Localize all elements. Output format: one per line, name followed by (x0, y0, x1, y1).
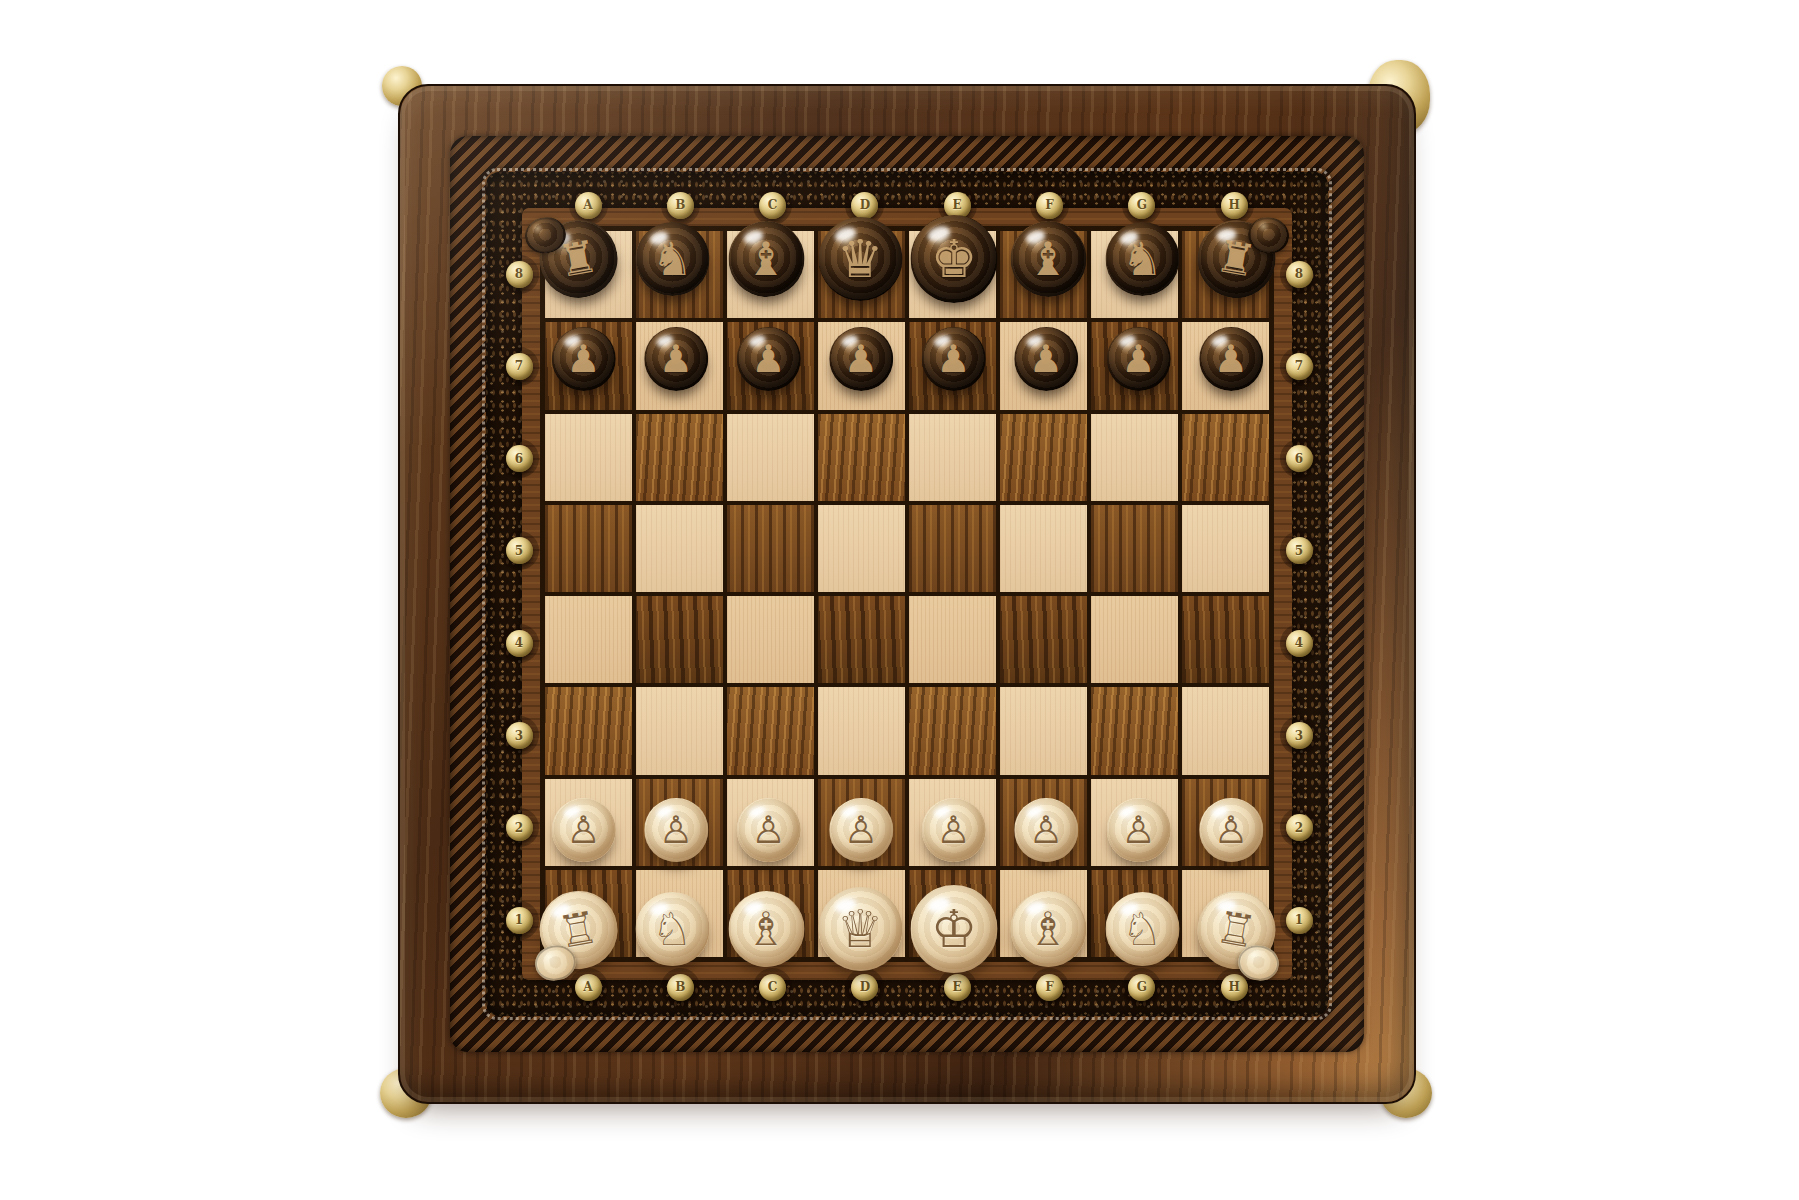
white-pawn-glyph: ♙ (566, 811, 600, 849)
piece-disc: ♟ (1014, 327, 1078, 391)
square-a4[interactable] (545, 596, 632, 683)
square-d5[interactable] (818, 505, 905, 592)
stud-file-c-bottom: C (759, 974, 786, 1001)
stud-engraved-label: 6 (515, 452, 523, 466)
square-f1[interactable]: ♗ (1000, 870, 1087, 957)
square-h7[interactable]: ♟ (1182, 322, 1269, 409)
stud-engraved-label: D (860, 980, 870, 994)
white-rook-glyph: ♖ (1213, 904, 1259, 954)
stud-file-a-bottom: A (575, 974, 602, 1001)
square-a3[interactable] (545, 687, 632, 774)
square-c3[interactable] (727, 687, 814, 774)
black-knight-glyph: ♞ (1121, 236, 1162, 282)
piece-white-knight-b1[interactable]: ♘ (629, 886, 716, 973)
stud-rank-2-left: 2 (506, 814, 533, 841)
piece-disc: ♛ (818, 217, 902, 301)
piece-white-king-e1[interactable]: ♔ (911, 886, 998, 973)
stud-rank-5-left: 5 (506, 537, 533, 564)
piece-black-rook-a8[interactable]: ♜ (528, 208, 629, 309)
black-pawn-glyph: ♟ (844, 340, 878, 378)
photo-background: ♜♞♝♛♚♝♞♜♟♟♟♟♟♟♟♟♙♙♙♙♙♙♙♙♖♘♗♕♔♗♘♖ ABCDEFG… (0, 0, 1799, 1200)
square-f5[interactable] (1000, 505, 1087, 592)
stud-engraved-label: B (675, 198, 685, 212)
stud-rank-1-left: 1 (506, 907, 533, 934)
white-pawn-glyph: ♙ (936, 811, 970, 849)
square-g7[interactable]: ♟ (1091, 322, 1178, 409)
square-g1[interactable]: ♘ (1091, 870, 1178, 957)
stud-engraved-label: G (1137, 198, 1147, 212)
piece-white-pawn-e2[interactable]: ♙ (910, 787, 997, 874)
white-pawn-glyph: ♙ (1121, 811, 1155, 849)
piece-disc: ♟ (736, 327, 800, 391)
piece-black-pawn-d7[interactable]: ♟ (817, 315, 904, 402)
piece-disc: ♞ (635, 222, 709, 296)
piece-disc: ♟ (1106, 327, 1170, 391)
stud-engraved-label: 5 (515, 544, 523, 558)
stud-engraved-label: D (860, 198, 870, 212)
piece-disc: ♕ (818, 887, 902, 971)
piece-black-knight-b8[interactable]: ♞ (629, 215, 716, 302)
square-a7[interactable]: ♟ (545, 322, 632, 409)
square-h5[interactable] (1182, 505, 1269, 592)
square-d6[interactable] (818, 414, 905, 501)
square-b7[interactable]: ♟ (636, 322, 723, 409)
square-d1[interactable]: ♕ (818, 870, 905, 957)
square-e3[interactable] (909, 687, 996, 774)
square-g5[interactable] (1091, 505, 1178, 592)
stud-engraved-label: 7 (1295, 359, 1303, 373)
black-pawn-glyph: ♟ (751, 340, 785, 378)
square-c7[interactable]: ♟ (727, 322, 814, 409)
piece-black-pawn-b7[interactable]: ♟ (632, 315, 719, 402)
piece-disc: ♘ (635, 892, 709, 966)
stud-engraved-label: 2 (1295, 821, 1303, 835)
board-grid: ♜♞♝♛♚♝♞♜♟♟♟♟♟♟♟♟♙♙♙♙♙♙♙♙♖♘♗♕♔♗♘♖ (540, 226, 1274, 962)
square-f8[interactable]: ♝ (1000, 231, 1087, 318)
square-b5[interactable] (636, 505, 723, 592)
square-e6[interactable] (909, 414, 996, 501)
white-bishop-glyph: ♗ (1027, 906, 1068, 952)
stud-engraved-label: F (1045, 198, 1054, 212)
stud-engraved-label: G (1137, 980, 1147, 994)
piece-disc: ♔ (911, 885, 998, 973)
stud-rank-6-left: 6 (506, 445, 533, 472)
stud-rank-7-right: 7 (1286, 353, 1313, 380)
square-f4[interactable] (1000, 596, 1087, 683)
stud-rank-3-left: 3 (506, 722, 533, 749)
stud-file-f-bottom: F (1036, 974, 1063, 1001)
square-e4[interactable] (909, 596, 996, 683)
piece-black-pawn-c7[interactable]: ♟ (725, 315, 812, 402)
black-pawn-glyph: ♟ (1121, 340, 1155, 378)
piece-white-pawn-d2[interactable]: ♙ (817, 787, 904, 874)
square-d8[interactable]: ♛ (818, 231, 905, 318)
piece-disc: ♜ (533, 213, 623, 303)
square-g8[interactable]: ♞ (1091, 231, 1178, 318)
piece-disc: ♗ (728, 891, 804, 967)
stud-engraved-label: 3 (1295, 729, 1303, 743)
square-b1[interactable]: ♘ (636, 870, 723, 957)
piece-disc: ♜ (1191, 213, 1281, 303)
square-f6[interactable] (1000, 414, 1087, 501)
piece-disc: ♟ (829, 327, 893, 391)
stud-file-b-bottom: B (667, 974, 694, 1001)
piece-white-rook-h1[interactable]: ♖ (1186, 879, 1287, 980)
black-pawn-glyph: ♟ (1214, 340, 1248, 378)
square-b4[interactable] (636, 596, 723, 683)
stud-rank-5-right: 5 (1286, 537, 1313, 564)
stud-rank-2-right: 2 (1286, 814, 1313, 841)
stud-engraved-label: 1 (1295, 913, 1303, 927)
piece-black-pawn-a7[interactable]: ♟ (540, 315, 627, 402)
piece-disc: ♙ (644, 798, 708, 862)
piece-disc: ♙ (736, 798, 800, 862)
stud-engraved-label: 4 (1295, 636, 1303, 650)
piece-disc: ♟ (551, 327, 615, 391)
stud-rank-8-right: 8 (1286, 261, 1313, 288)
white-pawn-glyph: ♙ (751, 811, 785, 849)
square-h4[interactable] (1182, 596, 1269, 683)
piece-disc: ♙ (829, 798, 893, 862)
piece-white-bishop-c1[interactable]: ♗ (723, 886, 810, 973)
square-d7[interactable]: ♟ (818, 322, 905, 409)
piece-white-bishop-f1[interactable]: ♗ (1005, 886, 1092, 973)
stud-engraved-label: 8 (515, 267, 523, 281)
piece-disc: ♖ (533, 884, 623, 974)
stud-engraved-label: C (768, 198, 778, 212)
black-knight-glyph: ♞ (651, 236, 692, 282)
stud-file-g-bottom: G (1128, 974, 1155, 1001)
square-a6[interactable] (545, 414, 632, 501)
black-pawn-glyph: ♟ (1029, 340, 1063, 378)
piece-disc: ♙ (1014, 798, 1078, 862)
square-g6[interactable] (1091, 414, 1178, 501)
square-b6[interactable] (636, 414, 723, 501)
stud-engraved-label: A (583, 980, 592, 994)
stud-file-e-bottom: E (944, 974, 971, 1001)
stud-rank-4-left: 4 (506, 630, 533, 657)
piece-black-knight-g8[interactable]: ♞ (1099, 215, 1186, 302)
square-h6[interactable] (1182, 414, 1269, 501)
piece-disc: ♙ (551, 798, 615, 862)
piece-disc: ♙ (1106, 798, 1170, 862)
stud-engraved-label: 1 (515, 913, 523, 927)
white-queen-glyph: ♕ (837, 903, 884, 955)
square-e2[interactable]: ♙ (909, 779, 996, 866)
piece-black-pawn-h7[interactable]: ♟ (1187, 315, 1274, 402)
piece-black-pawn-e7[interactable]: ♟ (910, 315, 997, 402)
stud-engraved-label: B (675, 980, 685, 994)
piece-disc: ♙ (1199, 798, 1263, 862)
square-h3[interactable] (1182, 687, 1269, 774)
stud-engraved-label: H (1228, 198, 1239, 212)
piece-black-queen-d8[interactable]: ♛ (817, 215, 904, 302)
stud-engraved-label: E (953, 198, 962, 212)
square-h1[interactable]: ♖ (1182, 870, 1269, 957)
white-bishop-glyph: ♗ (745, 906, 786, 952)
piece-black-pawn-g7[interactable]: ♟ (1095, 315, 1182, 402)
piece-black-rook-h8[interactable]: ♜ (1186, 208, 1287, 309)
square-g2[interactable]: ♙ (1091, 779, 1178, 866)
black-bishop-glyph: ♝ (1027, 236, 1068, 282)
square-c5[interactable] (727, 505, 814, 592)
stud-engraved-label: 2 (515, 821, 523, 835)
black-king-glyph: ♚ (931, 233, 978, 285)
piece-white-queen-d1[interactable]: ♕ (817, 886, 904, 973)
square-f2[interactable]: ♙ (1000, 779, 1087, 866)
square-c8[interactable]: ♝ (727, 231, 814, 318)
square-d2[interactable]: ♙ (818, 779, 905, 866)
piece-disc: ♖ (1191, 884, 1281, 974)
square-b8[interactable]: ♞ (636, 231, 723, 318)
stud-engraved-label: 6 (1295, 452, 1303, 466)
white-rook-glyph: ♖ (555, 904, 601, 954)
stud-rank-3-right: 3 (1286, 722, 1313, 749)
piece-disc: ♟ (1199, 327, 1263, 391)
piece-disc: ♟ (644, 327, 708, 391)
white-pawn-glyph: ♙ (659, 811, 693, 849)
chess-board: ♜♞♝♛♚♝♞♜♟♟♟♟♟♟♟♟♙♙♙♙♙♙♙♙♖♘♗♕♔♗♘♖ ABCDEFG… (398, 84, 1416, 1104)
stud-engraved-label: 5 (1295, 544, 1303, 558)
square-e1[interactable]: ♔ (909, 870, 996, 957)
piece-white-pawn-b2[interactable]: ♙ (632, 787, 719, 874)
piece-white-pawn-a2[interactable]: ♙ (540, 787, 627, 874)
stud-engraved-label: 3 (515, 729, 523, 743)
square-d3[interactable] (818, 687, 905, 774)
square-h2[interactable]: ♙ (1182, 779, 1269, 866)
stud-engraved-label: 4 (515, 636, 523, 650)
piece-black-pawn-f7[interactable]: ♟ (1002, 315, 1089, 402)
stud-file-d-bottom: D (851, 974, 878, 1001)
piece-white-pawn-h2[interactable]: ♙ (1187, 787, 1274, 874)
square-e7[interactable]: ♟ (909, 322, 996, 409)
white-pawn-glyph: ♙ (1214, 811, 1248, 849)
piece-white-knight-g1[interactable]: ♘ (1099, 886, 1186, 973)
square-a2[interactable]: ♙ (545, 779, 632, 866)
square-f7[interactable]: ♟ (1000, 322, 1087, 409)
stud-engraved-label: E (953, 980, 962, 994)
square-a5[interactable] (545, 505, 632, 592)
black-rook-glyph: ♜ (555, 234, 601, 284)
white-knight-glyph: ♘ (651, 906, 692, 952)
piece-disc: ♝ (1010, 221, 1086, 297)
stud-engraved-label: C (768, 980, 778, 994)
stud-engraved-label: F (1045, 980, 1054, 994)
stud-rank-6-right: 6 (1286, 445, 1313, 472)
piece-disc: ♞ (1105, 222, 1179, 296)
square-c2[interactable]: ♙ (727, 779, 814, 866)
white-king-glyph: ♔ (931, 903, 978, 955)
square-a8[interactable]: ♜ (545, 231, 632, 318)
square-c1[interactable]: ♗ (727, 870, 814, 957)
black-pawn-glyph: ♟ (659, 340, 693, 378)
piece-disc: ♝ (728, 221, 804, 297)
black-bishop-glyph: ♝ (745, 236, 786, 282)
piece-disc: ♙ (921, 798, 985, 862)
stud-rank-4-right: 4 (1286, 630, 1313, 657)
white-pawn-glyph: ♙ (844, 811, 878, 849)
piece-black-bishop-f8[interactable]: ♝ (1005, 215, 1092, 302)
white-knight-glyph: ♘ (1121, 906, 1162, 952)
piece-black-king-e8[interactable]: ♚ (911, 215, 998, 302)
square-b2[interactable]: ♙ (636, 779, 723, 866)
piece-black-bishop-c8[interactable]: ♝ (723, 215, 810, 302)
stud-rank-7-left: 7 (506, 353, 533, 380)
piece-white-pawn-c2[interactable]: ♙ (725, 787, 812, 874)
stud-engraved-label: 7 (515, 359, 523, 373)
white-pawn-glyph: ♙ (1029, 811, 1063, 849)
square-g4[interactable] (1091, 596, 1178, 683)
stud-rank-8-left: 8 (506, 261, 533, 288)
square-c6[interactable] (727, 414, 814, 501)
square-c4[interactable] (727, 596, 814, 683)
square-h8[interactable]: ♜ (1182, 231, 1269, 318)
square-d4[interactable] (818, 596, 905, 683)
stud-rank-1-right: 1 (1286, 907, 1313, 934)
piece-white-rook-a1[interactable]: ♖ (528, 879, 629, 980)
piece-disc: ♟ (921, 327, 985, 391)
piece-white-pawn-g2[interactable]: ♙ (1095, 787, 1182, 874)
stud-engraved-label: A (583, 198, 592, 212)
square-e5[interactable] (909, 505, 996, 592)
piece-white-pawn-f2[interactable]: ♙ (1002, 787, 1089, 874)
black-rook-glyph: ♜ (1213, 234, 1259, 284)
stud-engraved-label: H (1228, 980, 1239, 994)
stud-file-h-bottom: H (1221, 974, 1248, 1001)
square-g3[interactable] (1091, 687, 1178, 774)
piece-disc: ♚ (911, 215, 998, 303)
black-pawn-glyph: ♟ (566, 340, 600, 378)
square-e8[interactable]: ♚ (909, 231, 996, 318)
square-a1[interactable]: ♖ (545, 870, 632, 957)
piece-disc: ♗ (1010, 891, 1086, 967)
stud-engraved-label: 8 (1295, 267, 1303, 281)
square-b3[interactable] (636, 687, 723, 774)
square-f3[interactable] (1000, 687, 1087, 774)
piece-disc: ♘ (1105, 892, 1179, 966)
black-pawn-glyph: ♟ (936, 340, 970, 378)
black-queen-glyph: ♛ (837, 233, 884, 285)
